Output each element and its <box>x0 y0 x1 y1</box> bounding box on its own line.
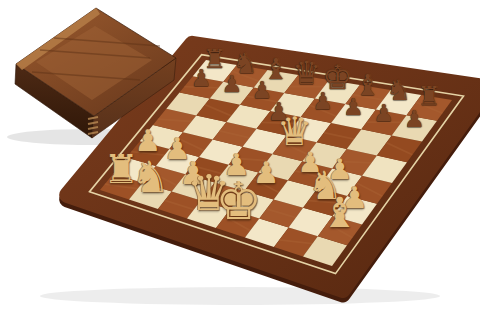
piece-black-pawn-h7[interactable]: ♟ <box>392 107 436 130</box>
piece-white-king-e1[interactable]: ♚ <box>216 176 260 228</box>
chess-set-photo-scene: ♜♞♝♛♟♚♟♝♟♞♜♟♟♟♟♟♛♟♟♟♟♟♟♜♟♞♞♟♛♚♝ <box>0 0 480 312</box>
board-shadow <box>40 287 440 305</box>
piece-white-knight-b1[interactable]: ♞ <box>128 156 172 199</box>
piece-white-bishop-h2[interactable]: ♝ <box>318 192 362 234</box>
